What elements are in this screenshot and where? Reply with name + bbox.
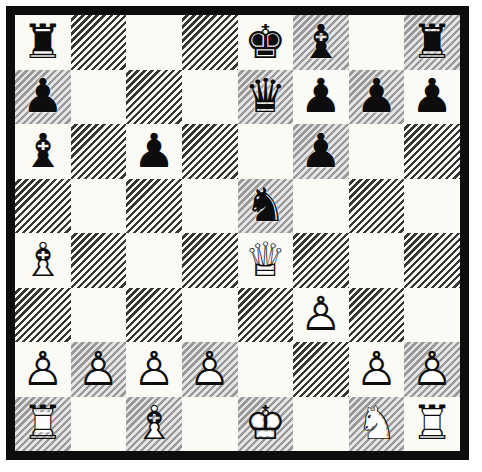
square-g8[interactable] [349, 15, 405, 70]
black-bishop: ♝ [15, 124, 71, 179]
black-pawn-glyph: ♟ [300, 72, 342, 119]
square-g3[interactable] [349, 288, 405, 343]
square-c8[interactable] [126, 15, 182, 70]
white-bishop: ♝♗ [126, 397, 182, 452]
black-bishop-glyph: ♝ [300, 18, 342, 65]
square-b4[interactable] [71, 233, 127, 288]
white-pawn-glyph: ♙ [189, 345, 231, 392]
square-f1[interactable] [293, 397, 349, 452]
white-pawn-fill: ♟ [133, 345, 175, 392]
black-pawn-glyph: ♟ [300, 127, 342, 174]
white-pawn-glyph: ♙ [411, 345, 453, 392]
square-h7[interactable]: ♟ [404, 70, 460, 125]
black-rook: ♜ [404, 15, 460, 70]
white-rook-glyph: ♖ [411, 399, 453, 446]
square-d3[interactable] [182, 288, 238, 343]
white-pawn: ♟♙ [404, 342, 460, 397]
black-pawn: ♟ [15, 70, 71, 125]
white-bishop-fill: ♝ [22, 236, 64, 283]
square-a4[interactable]: ♝♗ [15, 233, 71, 288]
square-e6[interactable] [238, 124, 294, 179]
square-h3[interactable] [404, 288, 460, 343]
white-pawn: ♟♙ [182, 342, 238, 397]
black-knight-glyph: ♞ [244, 181, 286, 228]
square-c5[interactable] [126, 179, 182, 234]
square-b6[interactable] [71, 124, 127, 179]
black-rook-glyph: ♜ [22, 18, 64, 65]
square-e2[interactable] [238, 342, 294, 397]
square-f6[interactable]: ♟ [293, 124, 349, 179]
black-pawn-glyph: ♟ [411, 72, 453, 119]
page: { "game": "chess", "board": { "files": [… [0, 0, 482, 472]
white-pawn-fill: ♟ [300, 290, 342, 337]
white-pawn-fill: ♟ [355, 345, 397, 392]
black-rook-glyph: ♜ [411, 18, 453, 65]
square-b2[interactable]: ♟♙ [71, 342, 127, 397]
square-a8[interactable]: ♜ [15, 15, 71, 70]
square-c2[interactable]: ♟♙ [126, 342, 182, 397]
black-pawn: ♟ [293, 124, 349, 179]
square-a2[interactable]: ♟♙ [15, 342, 71, 397]
black-pawn-glyph: ♟ [355, 72, 397, 119]
black-queen: ♛ [238, 70, 294, 125]
black-pawn-glyph: ♟ [133, 127, 175, 174]
white-king: ♚♔ [238, 397, 294, 452]
square-g6[interactable] [349, 124, 405, 179]
square-e5[interactable]: ♞ [238, 179, 294, 234]
square-f8[interactable]: ♝ [293, 15, 349, 70]
white-knight: ♞♘ [349, 397, 405, 452]
square-a6[interactable]: ♝ [15, 124, 71, 179]
square-e8[interactable]: ♚ [238, 15, 294, 70]
black-pawn: ♟ [126, 124, 182, 179]
square-b3[interactable] [71, 288, 127, 343]
white-queen-glyph: ♕ [244, 236, 286, 283]
square-f4[interactable] [293, 233, 349, 288]
square-h1[interactable]: ♜♖ [404, 397, 460, 452]
black-king-glyph: ♚ [244, 18, 286, 65]
white-pawn-glyph: ♙ [77, 345, 119, 392]
white-pawn-fill: ♟ [411, 345, 453, 392]
square-e3[interactable] [238, 288, 294, 343]
square-g5[interactable] [349, 179, 405, 234]
square-d5[interactable] [182, 179, 238, 234]
square-b7[interactable] [71, 70, 127, 125]
square-f5[interactable] [293, 179, 349, 234]
white-knight-fill: ♞ [355, 399, 397, 446]
white-rook-glyph: ♖ [22, 399, 64, 446]
square-f2[interactable] [293, 342, 349, 397]
square-g4[interactable] [349, 233, 405, 288]
chess-board: ♜♚♝♜♟♛♟♟♟♝♟♟♞♝♗♛♕♟♙♟♙♟♙♟♙♟♙♟♙♟♙♜♖♝♗♚♔♞♘♜… [6, 6, 469, 460]
white-pawn-fill: ♟ [22, 345, 64, 392]
square-c1[interactable]: ♝♗ [126, 397, 182, 452]
square-d4[interactable] [182, 233, 238, 288]
black-bishop-glyph: ♝ [22, 127, 64, 174]
square-c6[interactable]: ♟ [126, 124, 182, 179]
square-g7[interactable]: ♟ [349, 70, 405, 125]
square-a7[interactable]: ♟ [15, 70, 71, 125]
white-pawn: ♟♙ [349, 342, 405, 397]
white-king-glyph: ♔ [244, 399, 286, 446]
white-bishop: ♝♗ [15, 233, 71, 288]
black-bishop: ♝ [293, 15, 349, 70]
white-knight-glyph: ♘ [355, 399, 397, 446]
square-h2[interactable]: ♟♙ [404, 342, 460, 397]
square-b1[interactable] [71, 397, 127, 452]
square-c4[interactable] [126, 233, 182, 288]
square-e4[interactable]: ♛♕ [238, 233, 294, 288]
white-queen-fill: ♛ [244, 236, 286, 283]
square-f3[interactable]: ♟♙ [293, 288, 349, 343]
square-b8[interactable] [71, 15, 127, 70]
black-pawn: ♟ [349, 70, 405, 125]
square-a3[interactable] [15, 288, 71, 343]
white-queen: ♛♕ [238, 233, 294, 288]
square-h6[interactable] [404, 124, 460, 179]
square-f7[interactable]: ♟ [293, 70, 349, 125]
square-d2[interactable]: ♟♙ [182, 342, 238, 397]
square-d1[interactable] [182, 397, 238, 452]
square-g2[interactable]: ♟♙ [349, 342, 405, 397]
white-pawn: ♟♙ [71, 342, 127, 397]
square-a1[interactable]: ♜♖ [15, 397, 71, 452]
square-h5[interactable] [404, 179, 460, 234]
white-pawn: ♟♙ [126, 342, 182, 397]
square-b5[interactable] [71, 179, 127, 234]
white-pawn-glyph: ♙ [133, 345, 175, 392]
white-bishop-fill: ♝ [133, 399, 175, 446]
black-king: ♚ [238, 15, 294, 70]
square-h4[interactable] [404, 233, 460, 288]
white-rook: ♜♖ [15, 397, 71, 452]
white-rook-fill: ♜ [411, 399, 453, 446]
square-h8[interactable]: ♜ [404, 15, 460, 70]
white-king-fill: ♚ [244, 399, 286, 446]
black-knight: ♞ [238, 179, 294, 234]
white-pawn: ♟♙ [293, 288, 349, 343]
black-pawn: ♟ [404, 70, 460, 125]
square-d6[interactable] [182, 124, 238, 179]
square-d7[interactable] [182, 70, 238, 125]
white-pawn: ♟♙ [15, 342, 71, 397]
white-pawn-glyph: ♙ [22, 345, 64, 392]
white-rook: ♜♖ [404, 397, 460, 452]
square-e7[interactable]: ♛ [238, 70, 294, 125]
white-pawn-fill: ♟ [189, 345, 231, 392]
black-queen-glyph: ♛ [244, 72, 286, 119]
white-bishop-glyph: ♗ [133, 399, 175, 446]
white-pawn-fill: ♟ [77, 345, 119, 392]
square-c3[interactable] [126, 288, 182, 343]
board-grid: ♜♚♝♜♟♛♟♟♟♝♟♟♞♝♗♛♕♟♙♟♙♟♙♟♙♟♙♟♙♟♙♜♖♝♗♚♔♞♘♜… [15, 15, 460, 451]
white-pawn-glyph: ♙ [300, 290, 342, 337]
square-a5[interactable] [15, 179, 71, 234]
black-pawn-glyph: ♟ [22, 72, 64, 119]
square-d8[interactable] [182, 15, 238, 70]
white-rook-fill: ♜ [22, 399, 64, 446]
white-bishop-glyph: ♗ [22, 236, 64, 283]
square-g1[interactable]: ♞♘ [349, 397, 405, 452]
square-c7[interactable] [126, 70, 182, 125]
black-pawn: ♟ [293, 70, 349, 125]
black-rook: ♜ [15, 15, 71, 70]
square-e1[interactable]: ♚♔ [238, 397, 294, 452]
white-pawn-glyph: ♙ [355, 345, 397, 392]
